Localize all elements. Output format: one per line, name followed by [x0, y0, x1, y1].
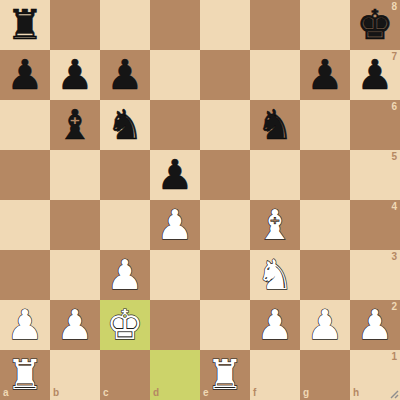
- square-g2[interactable]: ♟: [300, 300, 350, 350]
- square-g4[interactable]: [300, 200, 350, 250]
- white-king-c2[interactable]: ♚: [100, 300, 150, 350]
- black-pawn-d5[interactable]: ♟: [150, 150, 200, 200]
- square-d5[interactable]: ♟: [150, 150, 200, 200]
- black-pawn-c7[interactable]: ♟: [100, 50, 150, 100]
- white-pawn-g2[interactable]: ♟: [300, 300, 350, 350]
- file-label-f: f: [253, 388, 256, 398]
- white-bishop-f4[interactable]: ♝: [250, 200, 300, 250]
- square-d7[interactable]: [150, 50, 200, 100]
- square-f2[interactable]: ♟: [250, 300, 300, 350]
- file-label-b: b: [53, 388, 59, 398]
- square-c3[interactable]: ♟: [100, 250, 150, 300]
- square-h8[interactable]: 8♚: [350, 0, 400, 50]
- square-a2[interactable]: ♟: [0, 300, 50, 350]
- square-g6[interactable]: [300, 100, 350, 150]
- square-g1[interactable]: g: [300, 350, 350, 400]
- rank-label-4: 4: [391, 202, 397, 212]
- square-g8[interactable]: [300, 0, 350, 50]
- square-g7[interactable]: ♟: [300, 50, 350, 100]
- square-h4[interactable]: 4: [350, 200, 400, 250]
- white-pawn-c3[interactable]: ♟: [100, 250, 150, 300]
- square-a4[interactable]: [0, 200, 50, 250]
- square-d2[interactable]: [150, 300, 200, 350]
- white-rook-e1[interactable]: ♜: [200, 350, 250, 400]
- black-pawn-b7[interactable]: ♟: [50, 50, 100, 100]
- black-pawn-h7[interactable]: ♟: [350, 50, 400, 100]
- square-c2[interactable]: ♚: [100, 300, 150, 350]
- square-d3[interactable]: [150, 250, 200, 300]
- white-pawn-b2[interactable]: ♟: [50, 300, 100, 350]
- square-b2[interactable]: ♟: [50, 300, 100, 350]
- square-f3[interactable]: ♞: [250, 250, 300, 300]
- square-h2[interactable]: 2♟: [350, 300, 400, 350]
- square-h7[interactable]: 7♟: [350, 50, 400, 100]
- square-b1[interactable]: b: [50, 350, 100, 400]
- square-e7[interactable]: [200, 50, 250, 100]
- rank-label-5: 5: [391, 152, 397, 162]
- square-d1[interactable]: d: [150, 350, 200, 400]
- square-c8[interactable]: [100, 0, 150, 50]
- square-f5[interactable]: [250, 150, 300, 200]
- square-b8[interactable]: [50, 0, 100, 50]
- square-f7[interactable]: [250, 50, 300, 100]
- square-e2[interactable]: [200, 300, 250, 350]
- square-h3[interactable]: 3: [350, 250, 400, 300]
- rank-label-3: 3: [391, 252, 397, 262]
- square-c1[interactable]: c: [100, 350, 150, 400]
- square-g3[interactable]: [300, 250, 350, 300]
- chess-board: ♜8♚♟♟♟♟7♟♝♞♞6♟5♟♝4♟♞3♟♟♚♟♟2♟a♜bcde♜fg1h: [0, 0, 400, 400]
- square-a5[interactable]: [0, 150, 50, 200]
- white-pawn-h2[interactable]: ♟: [350, 300, 400, 350]
- square-b6[interactable]: ♝: [50, 100, 100, 150]
- white-knight-f3[interactable]: ♞: [250, 250, 300, 300]
- square-e1[interactable]: e♜: [200, 350, 250, 400]
- board-resize-handle-icon[interactable]: [388, 388, 399, 399]
- file-label-g: g: [303, 388, 309, 398]
- square-c6[interactable]: ♞: [100, 100, 150, 150]
- square-f6[interactable]: ♞: [250, 100, 300, 150]
- square-g5[interactable]: [300, 150, 350, 200]
- square-c4[interactable]: [100, 200, 150, 250]
- square-c5[interactable]: [100, 150, 150, 200]
- square-f4[interactable]: ♝: [250, 200, 300, 250]
- square-d4[interactable]: ♟: [150, 200, 200, 250]
- square-a3[interactable]: [0, 250, 50, 300]
- black-king-h8[interactable]: ♚: [350, 0, 400, 50]
- square-b3[interactable]: [50, 250, 100, 300]
- black-pawn-a7[interactable]: ♟: [0, 50, 50, 100]
- black-knight-c6[interactable]: ♞: [100, 100, 150, 150]
- square-f1[interactable]: f: [250, 350, 300, 400]
- square-e8[interactable]: [200, 0, 250, 50]
- square-a6[interactable]: [0, 100, 50, 150]
- square-f8[interactable]: [250, 0, 300, 50]
- white-rook-a1[interactable]: ♜: [0, 350, 50, 400]
- black-pawn-g7[interactable]: ♟: [300, 50, 350, 100]
- white-pawn-f2[interactable]: ♟: [250, 300, 300, 350]
- square-b4[interactable]: [50, 200, 100, 250]
- square-c7[interactable]: ♟: [100, 50, 150, 100]
- square-h6[interactable]: 6: [350, 100, 400, 150]
- file-label-d: d: [153, 388, 159, 398]
- square-a1[interactable]: a♜: [0, 350, 50, 400]
- square-a7[interactable]: ♟: [0, 50, 50, 100]
- black-rook-a8[interactable]: ♜: [0, 0, 50, 50]
- square-e6[interactable]: [200, 100, 250, 150]
- chess-board-container: ♜8♚♟♟♟♟7♟♝♞♞6♟5♟♝4♟♞3♟♟♚♟♟2♟a♜bcde♜fg1h: [0, 0, 400, 400]
- square-d8[interactable]: [150, 0, 200, 50]
- file-label-c: c: [103, 388, 109, 398]
- square-a8[interactable]: ♜: [0, 0, 50, 50]
- square-e4[interactable]: [200, 200, 250, 250]
- square-b5[interactable]: [50, 150, 100, 200]
- rank-label-1: 1: [391, 352, 397, 362]
- square-e3[interactable]: [200, 250, 250, 300]
- white-pawn-d4[interactable]: ♟: [150, 200, 200, 250]
- square-e5[interactable]: [200, 150, 250, 200]
- rank-label-6: 6: [391, 102, 397, 112]
- black-bishop-b6[interactable]: ♝: [50, 100, 100, 150]
- square-d6[interactable]: [150, 100, 200, 150]
- square-b7[interactable]: ♟: [50, 50, 100, 100]
- square-h5[interactable]: 5: [350, 150, 400, 200]
- black-knight-f6[interactable]: ♞: [250, 100, 300, 150]
- file-label-h: h: [353, 388, 359, 398]
- white-pawn-a2[interactable]: ♟: [0, 300, 50, 350]
